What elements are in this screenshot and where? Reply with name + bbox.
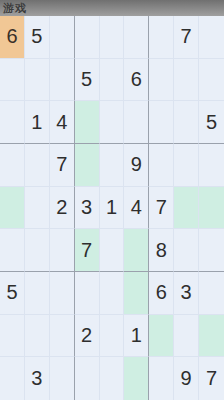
sudoku-cell-r2c8[interactable] (174, 59, 199, 102)
sudoku-cell-r7c2[interactable] (25, 272, 50, 315)
sudoku-cell-r9c1[interactable] (0, 357, 25, 400)
sudoku-cell-r8c4[interactable]: 2 (75, 315, 100, 358)
sudoku-cell-r4c7[interactable] (149, 144, 174, 187)
sudoku-cell-r9c6[interactable] (124, 357, 149, 400)
sudoku-cell-r4c2[interactable] (25, 144, 50, 187)
sudoku-cell-r2c6[interactable]: 6 (124, 59, 149, 102)
sudoku-cell-r2c4[interactable]: 5 (75, 59, 100, 102)
sudoku-cell-r5c8[interactable] (174, 187, 199, 230)
sudoku-cell-r2c5[interactable] (100, 59, 125, 102)
sudoku-cell-r6c2[interactable] (25, 229, 50, 272)
sudoku-cell-r3c4[interactable] (75, 101, 100, 144)
sudoku-cell-r8c5[interactable] (100, 315, 125, 358)
sudoku-cell-r1c6[interactable] (124, 16, 149, 59)
sudoku-cell-r3c1[interactable] (0, 101, 25, 144)
sudoku-cell-r7c9[interactable] (199, 272, 224, 315)
sudoku-cell-r7c1[interactable]: 5 (0, 272, 25, 315)
sudoku-cell-r1c1[interactable]: 6 (0, 16, 25, 59)
sudoku-cell-r4c6[interactable]: 9 (124, 144, 149, 187)
sudoku-cell-r8c2[interactable] (25, 315, 50, 358)
sudoku-cell-r4c9[interactable] (199, 144, 224, 187)
sudoku-cell-r3c5[interactable] (100, 101, 125, 144)
sudoku-cell-r8c6[interactable]: 1 (124, 315, 149, 358)
sudoku-cell-r1c8[interactable]: 7 (174, 16, 199, 59)
app-screen: 游戏 6575614579231477856321397 (0, 0, 224, 400)
sudoku-cell-r7c7[interactable]: 6 (149, 272, 174, 315)
sudoku-cell-r4c5[interactable] (100, 144, 125, 187)
sudoku-cell-r5c5[interactable]: 1 (100, 187, 125, 230)
title-label: 游戏 (3, 2, 27, 14)
sudoku-cell-r6c9[interactable] (199, 229, 224, 272)
sudoku-cell-r2c3[interactable] (50, 59, 75, 102)
sudoku-cell-r4c3[interactable]: 7 (50, 144, 75, 187)
sudoku-cell-r3c8[interactable] (174, 101, 199, 144)
sudoku-cell-r8c3[interactable] (50, 315, 75, 358)
sudoku-cell-r5c1[interactable] (0, 187, 25, 230)
sudoku-cell-r3c3[interactable]: 4 (50, 101, 75, 144)
sudoku-cell-r8c7[interactable] (149, 315, 174, 358)
sudoku-cell-r7c5[interactable] (100, 272, 125, 315)
sudoku-cell-r4c4[interactable] (75, 144, 100, 187)
sudoku-cell-r7c6[interactable] (124, 272, 149, 315)
sudoku-cell-r9c9[interactable]: 7 (199, 357, 224, 400)
sudoku-cell-r9c3[interactable] (50, 357, 75, 400)
sudoku-cell-r1c3[interactable] (50, 16, 75, 59)
sudoku-cell-r1c4[interactable] (75, 16, 100, 59)
sudoku-cell-r2c7[interactable] (149, 59, 174, 102)
sudoku-cell-r6c4[interactable]: 7 (75, 229, 100, 272)
sudoku-cell-r5c6[interactable]: 4 (124, 187, 149, 230)
sudoku-cell-r3c9[interactable]: 5 (199, 101, 224, 144)
sudoku-cell-r6c1[interactable] (0, 229, 25, 272)
sudoku-cell-r3c6[interactable] (124, 101, 149, 144)
sudoku-cell-r3c2[interactable]: 1 (25, 101, 50, 144)
sudoku-cell-r6c3[interactable] (50, 229, 75, 272)
sudoku-cell-r6c5[interactable] (100, 229, 125, 272)
sudoku-cell-r4c8[interactable] (174, 144, 199, 187)
sudoku-cell-r7c4[interactable] (75, 272, 100, 315)
sudoku-cell-r2c2[interactable] (25, 59, 50, 102)
sudoku-cell-r5c3[interactable]: 2 (50, 187, 75, 230)
sudoku-cell-r5c2[interactable] (25, 187, 50, 230)
sudoku-cell-r4c1[interactable] (0, 144, 25, 187)
sudoku-cell-r1c7[interactable] (149, 16, 174, 59)
sudoku-cell-r3c7[interactable] (149, 101, 174, 144)
title-bar: 游戏 (0, 0, 224, 16)
sudoku-cell-r2c1[interactable] (0, 59, 25, 102)
sudoku-cell-r8c1[interactable] (0, 315, 25, 358)
sudoku-cell-r7c3[interactable] (50, 272, 75, 315)
sudoku-cell-r1c9[interactable] (199, 16, 224, 59)
sudoku-cell-r1c5[interactable] (100, 16, 125, 59)
sudoku-cell-r5c9[interactable] (199, 187, 224, 230)
sudoku-cell-r7c8[interactable]: 3 (174, 272, 199, 315)
sudoku-cell-r5c7[interactable]: 7 (149, 187, 174, 230)
sudoku-cell-r9c5[interactable] (100, 357, 125, 400)
sudoku-cell-r5c4[interactable]: 3 (75, 187, 100, 230)
sudoku-cell-r6c6[interactable] (124, 229, 149, 272)
sudoku-cell-r9c7[interactable] (149, 357, 174, 400)
sudoku-cell-r9c4[interactable] (75, 357, 100, 400)
sudoku-cell-r1c2[interactable]: 5 (25, 16, 50, 59)
sudoku-cell-r2c9[interactable] (199, 59, 224, 102)
sudoku-cell-r8c8[interactable] (174, 315, 199, 358)
sudoku-cell-r6c7[interactable]: 8 (149, 229, 174, 272)
sudoku-cell-r6c8[interactable] (174, 229, 199, 272)
sudoku-cell-r9c2[interactable]: 3 (25, 357, 50, 400)
sudoku-cell-r9c8[interactable]: 9 (174, 357, 199, 400)
sudoku-board: 6575614579231477856321397 (0, 16, 224, 400)
sudoku-cell-r8c9[interactable] (199, 315, 224, 358)
